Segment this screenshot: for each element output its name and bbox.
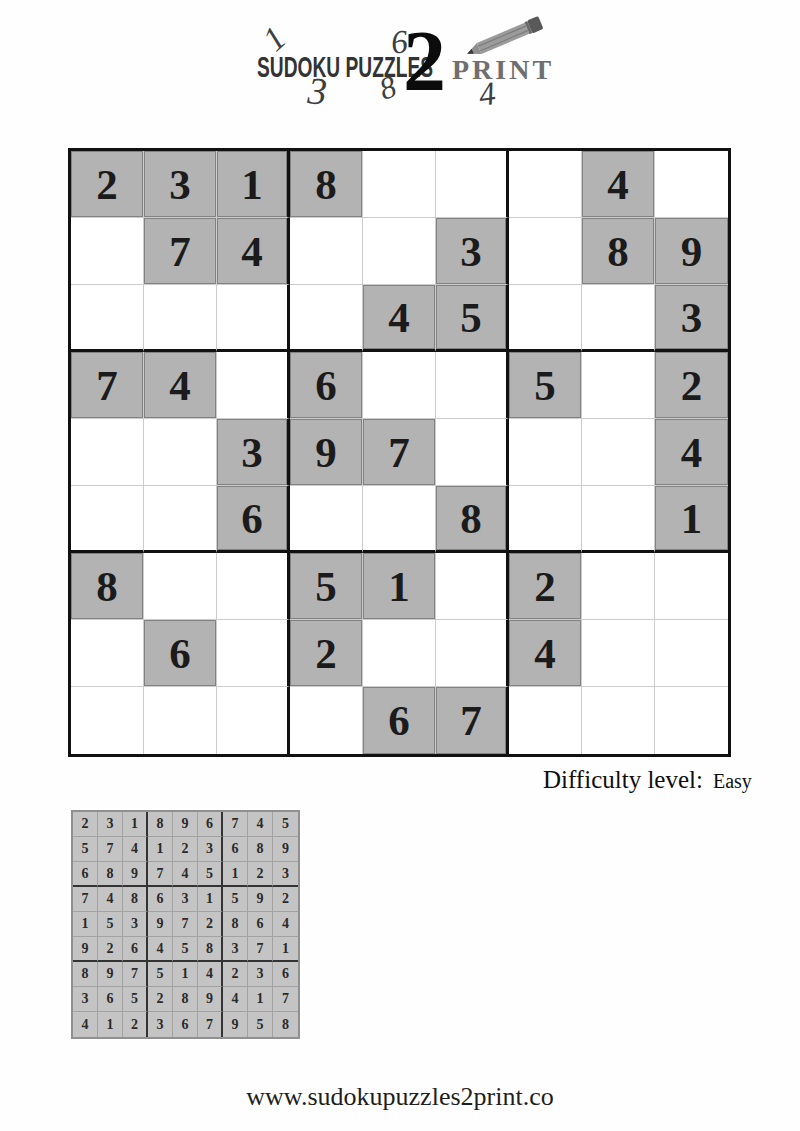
solution-cell-r6c9: 1 [273,937,298,962]
solution-cell-r3c6: 5 [198,862,223,887]
solution-cell-r1c8: 4 [248,812,273,837]
puzzle-cell-r9c7[interactable] [509,687,582,754]
puzzle-cell-r3c8[interactable] [582,285,655,352]
puzzle-cell-r2c8[interactable]: 8 [582,218,655,285]
puzzle-cell-r6c4[interactable] [290,486,363,553]
puzzle-cell-r1c4[interactable]: 8 [290,151,363,218]
puzzle-cell-r4c9[interactable]: 2 [655,352,728,419]
solution-cell-r2c6: 3 [198,837,223,862]
puzzle-cell-r5c4[interactable]: 9 [290,419,363,486]
puzzle-cell-r7c2[interactable] [144,553,217,620]
puzzle-cell-r8c9[interactable] [655,620,728,687]
solution-cell-r5c2: 5 [98,912,123,937]
solution-cell-r2c2: 7 [98,837,123,862]
puzzle-cell-r1c2[interactable]: 3 [144,151,217,218]
puzzle-cell-r8c8[interactable] [582,620,655,687]
puzzle-cell-r4c6[interactable] [436,352,509,419]
solution-cell-r3c5: 4 [173,862,198,887]
puzzle-cell-r5c6[interactable] [436,419,509,486]
puzzle-cell-r1c3[interactable]: 1 [217,151,290,218]
puzzle-cell-r9c3[interactable] [217,687,290,754]
puzzle-cell-r1c5[interactable] [363,151,436,218]
puzzle-cell-r3c3[interactable] [217,285,290,352]
puzzle-cell-r7c7[interactable]: 2 [509,553,582,620]
pencil-icon [456,12,552,64]
puzzle-cell-r8c7[interactable]: 4 [509,620,582,687]
solution-cell-r7c9: 6 [273,962,298,987]
solution-cell-r7c6: 4 [198,962,223,987]
puzzle-cell-r4c5[interactable] [363,352,436,419]
puzzle-cell-r6c5[interactable] [363,486,436,553]
puzzle-cell-r6c7[interactable] [509,486,582,553]
puzzle-cell-r5c3[interactable]: 3 [217,419,290,486]
puzzle-cell-r7c9[interactable] [655,553,728,620]
solution-cell-r3c3: 9 [123,862,148,887]
solution-cell-r7c4: 5 [148,962,173,987]
puzzle-cell-r2c2[interactable]: 7 [144,218,217,285]
solution-cell-r5c5: 7 [173,912,198,937]
puzzle-cell-r3c9[interactable]: 3 [655,285,728,352]
solution-cell-r6c5: 5 [173,937,198,962]
solution-cell-r8c2: 6 [98,987,123,1012]
puzzle-cell-r5c9[interactable]: 4 [655,419,728,486]
solution-cell-r7c3: 7 [123,962,148,987]
puzzle-cell-r6c1[interactable] [71,486,144,553]
solution-cell-r2c3: 4 [123,837,148,862]
solution-cell-r6c8: 7 [248,937,273,962]
solution-cell-r3c1: 6 [73,862,98,887]
solution-cell-r2c5: 2 [173,837,198,862]
puzzle-cell-r7c3[interactable] [217,553,290,620]
solution-cell-r9c1: 4 [73,1012,98,1037]
puzzle-cell-r5c1[interactable] [71,419,144,486]
puzzle-cell-r2c6[interactable]: 3 [436,218,509,285]
solution-cell-r1c9: 5 [273,812,298,837]
solution-cell-r6c1: 9 [73,937,98,962]
solution-cell-r8c9: 7 [273,987,298,1012]
puzzle-cell-r2c5[interactable] [363,218,436,285]
puzzle-cell-r1c1[interactable]: 2 [71,151,144,218]
solution-cell-r6c3: 6 [123,937,148,962]
solution-cell-r2c9: 9 [273,837,298,862]
solution-cell-r1c1: 2 [73,812,98,837]
solution-cell-r8c5: 8 [173,987,198,1012]
puzzle-cell-r3c7[interactable] [509,285,582,352]
puzzle-cell-r2c1[interactable] [71,218,144,285]
puzzle-cell-r8c6[interactable] [436,620,509,687]
solution-cell-r8c1: 3 [73,987,98,1012]
sudoku-puzzle-grid: 2318474389453746523974681851262467 [68,148,731,757]
puzzle-cell-r4c2[interactable]: 4 [144,352,217,419]
solution-cell-r8c8: 1 [248,987,273,1012]
solution-cell-r3c4: 7 [148,862,173,887]
website-url: www.sudokupuzzles2print.co [0,1082,800,1112]
solution-cell-r8c4: 2 [148,987,173,1012]
puzzle-cell-r3c4[interactable] [290,285,363,352]
puzzle-cell-r2c3[interactable]: 4 [217,218,290,285]
solution-cell-r5c3: 3 [123,912,148,937]
puzzle-cell-r9c1[interactable] [71,687,144,754]
puzzle-cell-r9c2[interactable] [144,687,217,754]
solution-cell-r7c7: 2 [223,962,248,987]
puzzle-cell-r8c5[interactable] [363,620,436,687]
puzzle-cell-r4c1[interactable]: 7 [71,352,144,419]
sudoku-solution-grid: 2318967455741236896897451237486315921539… [71,810,300,1039]
solution-cell-r4c9: 2 [273,887,298,912]
puzzle-cell-r6c2[interactable] [144,486,217,553]
puzzle-cell-r8c4[interactable]: 2 [290,620,363,687]
solution-cell-r9c4: 3 [148,1012,173,1037]
puzzle-cell-r3c1[interactable] [71,285,144,352]
difficulty-line: Difficulty level: Easy [543,766,752,794]
solution-cell-r4c2: 4 [98,887,123,912]
puzzle-cell-r1c9[interactable] [655,151,728,218]
solution-cell-r9c6: 7 [198,1012,223,1037]
solution-cell-r7c2: 9 [98,962,123,987]
difficulty-label: Difficulty level: [543,766,703,793]
puzzle-cell-r1c8[interactable]: 4 [582,151,655,218]
solution-cell-r5c4: 9 [148,912,173,937]
solution-cell-r7c8: 3 [248,962,273,987]
solution-cell-r2c8: 8 [248,837,273,862]
site-logo: 1 3 6 8 4 SUDOKU PUZZLES 2 PRINT [0,0,800,130]
solution-cell-r2c1: 5 [73,837,98,862]
solution-cell-r9c8: 5 [248,1012,273,1037]
solution-cell-r1c3: 1 [123,812,148,837]
solution-cell-r2c7: 6 [223,837,248,862]
puzzle-cell-r6c8[interactable] [582,486,655,553]
solution-cell-r3c7: 1 [223,862,248,887]
puzzle-cell-r8c2[interactable]: 6 [144,620,217,687]
solution-cell-r6c4: 4 [148,937,173,962]
puzzle-cell-r7c5[interactable]: 1 [363,553,436,620]
solution-cell-r9c5: 6 [173,1012,198,1037]
solution-cell-r4c3: 8 [123,887,148,912]
puzzle-cell-r6c6[interactable]: 8 [436,486,509,553]
solution-cell-r9c2: 1 [98,1012,123,1037]
puzzle-cell-r1c7[interactable] [509,151,582,218]
puzzle-cell-r6c3[interactable]: 6 [217,486,290,553]
solution-cell-r4c8: 9 [248,887,273,912]
puzzle-cell-r7c4[interactable]: 5 [290,553,363,620]
puzzle-cell-r7c8[interactable] [582,553,655,620]
solution-cell-r5c6: 2 [198,912,223,937]
puzzle-cell-r8c3[interactable] [217,620,290,687]
puzzle-cell-r9c4[interactable] [290,687,363,754]
puzzle-cell-r2c4[interactable] [290,218,363,285]
puzzle-cell-r4c7[interactable]: 5 [509,352,582,419]
solution-cell-r1c4: 8 [148,812,173,837]
solution-cell-r4c1: 7 [73,887,98,912]
solution-cell-r5c8: 6 [248,912,273,937]
solution-cell-r3c8: 2 [248,862,273,887]
puzzle-cell-r9c9[interactable] [655,687,728,754]
puzzle-cell-r5c5[interactable]: 7 [363,419,436,486]
logo-title-number: 2 [403,18,446,104]
solution-cell-r9c9: 8 [273,1012,298,1037]
puzzle-cell-r5c8[interactable] [582,419,655,486]
puzzle-cell-r7c1[interactable]: 8 [71,553,144,620]
puzzle-cell-r2c9[interactable]: 9 [655,218,728,285]
puzzle-cell-r9c8[interactable] [582,687,655,754]
solution-cell-r1c6: 6 [198,812,223,837]
puzzle-cell-r4c8[interactable] [582,352,655,419]
solution-cell-r1c2: 3 [98,812,123,837]
puzzle-cell-r6c9[interactable]: 1 [655,486,728,553]
puzzle-cell-r4c4[interactable]: 6 [290,352,363,419]
solution-cell-r6c6: 8 [198,937,223,962]
puzzle-cell-r4c3[interactable] [217,352,290,419]
puzzle-cell-r9c6[interactable]: 7 [436,687,509,754]
solution-cell-r8c7: 4 [223,987,248,1012]
solution-cell-r4c4: 6 [148,887,173,912]
solution-cell-r9c3: 2 [123,1012,148,1037]
puzzle-cell-r9c5[interactable]: 6 [363,687,436,754]
solution-cell-r8c6: 9 [198,987,223,1012]
solution-cell-r4c5: 3 [173,887,198,912]
puzzle-cell-r7c6[interactable] [436,553,509,620]
solution-cell-r3c9: 3 [273,862,298,887]
puzzle-cell-r3c6[interactable]: 5 [436,285,509,352]
solution-cell-r5c7: 8 [223,912,248,937]
puzzle-cell-r1c6[interactable] [436,151,509,218]
puzzle-cell-r3c2[interactable] [144,285,217,352]
solution-cell-r7c1: 8 [73,962,98,987]
solution-cell-r1c7: 7 [223,812,248,837]
solution-cell-r7c5: 1 [173,962,198,987]
puzzle-cell-r5c2[interactable] [144,419,217,486]
solution-cell-r3c2: 8 [98,862,123,887]
puzzle-cell-r8c1[interactable] [71,620,144,687]
solution-cell-r9c7: 9 [223,1012,248,1037]
solution-cell-r6c2: 2 [98,937,123,962]
solution-cell-r6c7: 3 [223,937,248,962]
solution-cell-r1c5: 9 [173,812,198,837]
solution-cell-r4c7: 5 [223,887,248,912]
puzzle-cell-r3c5[interactable]: 4 [363,285,436,352]
puzzle-cell-r5c7[interactable] [509,419,582,486]
puzzle-cell-r2c7[interactable] [509,218,582,285]
solution-cell-r5c9: 4 [273,912,298,937]
solution-cell-r4c6: 1 [198,887,223,912]
difficulty-value: Easy [713,770,752,792]
solution-cell-r2c4: 1 [148,837,173,862]
solution-cell-r8c3: 5 [123,987,148,1012]
solution-cell-r5c1: 1 [73,912,98,937]
